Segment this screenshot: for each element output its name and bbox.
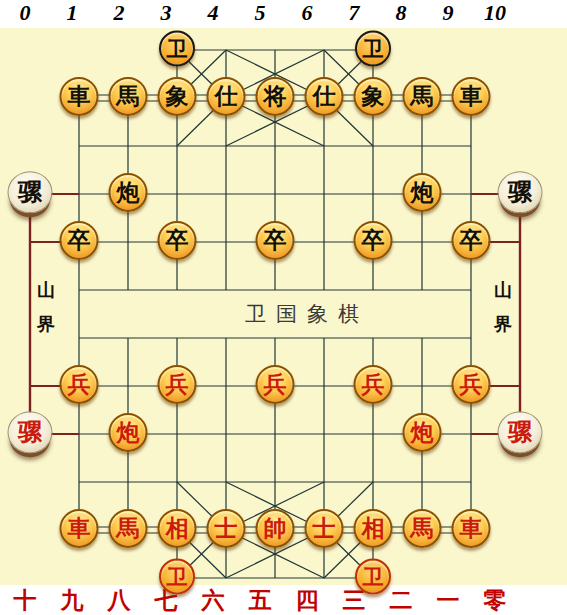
piece-zu-black[interactable]: 卒 <box>452 221 491 260</box>
file-label-top-2: 2 <box>114 0 125 26</box>
file-label-bottom-六: 六 <box>202 587 225 614</box>
mountain-boundary-label-right: 山 界 <box>494 273 512 341</box>
piece-bing-red[interactable]: 兵 <box>60 365 99 404</box>
file-label-top-10: 10 <box>484 0 506 26</box>
file-label-bottom-十: 十 <box>14 587 37 614</box>
piece-ma-red[interactable]: 馬 <box>403 509 442 548</box>
file-label-top-5: 5 <box>255 0 266 26</box>
file-label-top-7: 7 <box>349 0 360 26</box>
piece-ma-black[interactable]: 馬 <box>109 77 148 116</box>
piece-xiang-red[interactable]: 相 <box>158 509 197 548</box>
file-label-top-1: 1 <box>67 0 78 26</box>
piece-wei-red[interactable]: 卫 <box>159 559 195 595</box>
file-label-top-0: 0 <box>20 0 31 26</box>
piece-ma-black[interactable]: 馬 <box>403 77 442 116</box>
piece-shi-red[interactable]: 士 <box>305 509 344 548</box>
mountain-boundary-label-left: 山 界 <box>37 273 55 341</box>
piece-shi-red[interactable]: 士 <box>207 509 246 548</box>
river-title: 卫国象棋 <box>235 300 369 328</box>
file-label-top-9: 9 <box>443 0 454 26</box>
piece-ma-red[interactable]: 馬 <box>109 509 148 548</box>
file-label-bottom-一: 一 <box>437 587 460 614</box>
file-label-top-3: 3 <box>161 0 172 26</box>
piece-luo-red[interactable]: 骡 <box>498 411 543 453</box>
piece-ju-red[interactable]: 車 <box>60 509 99 548</box>
piece-pao-red[interactable]: 炮 <box>109 413 148 452</box>
piece-wei-black[interactable]: 卫 <box>355 31 391 67</box>
file-label-top-4: 4 <box>208 0 219 26</box>
piece-luo-black[interactable]: 骡 <box>498 171 543 213</box>
file-label-bottom-八: 八 <box>108 587 131 614</box>
piece-xiang-black[interactable]: 象 <box>354 77 393 116</box>
piece-xiang-black[interactable]: 象 <box>158 77 197 116</box>
file-label-bottom-二: 二 <box>390 587 413 614</box>
piece-ju-red[interactable]: 車 <box>452 509 491 548</box>
file-label-bottom-九: 九 <box>61 587 84 614</box>
piece-wei-red[interactable]: 卫 <box>355 559 391 595</box>
piece-shi-black[interactable]: 仕 <box>207 77 246 116</box>
file-label-bottom-四: 四 <box>296 587 319 614</box>
piece-bing-red[interactable]: 兵 <box>452 365 491 404</box>
piece-xiang-red[interactable]: 相 <box>354 509 393 548</box>
piece-zu-black[interactable]: 卒 <box>158 221 197 260</box>
piece-zu-black[interactable]: 卒 <box>354 221 393 260</box>
piece-bing-red[interactable]: 兵 <box>256 365 295 404</box>
piece-shi-black[interactable]: 仕 <box>305 77 344 116</box>
piece-ju-black[interactable]: 車 <box>60 77 99 116</box>
piece-zu-black[interactable]: 卒 <box>60 221 99 260</box>
piece-pao-black[interactable]: 炮 <box>109 173 148 212</box>
piece-shuai-red[interactable]: 帥 <box>256 509 295 548</box>
piece-pao-black[interactable]: 炮 <box>403 173 442 212</box>
file-label-bottom-零: 零 <box>484 587 507 614</box>
piece-bing-red[interactable]: 兵 <box>354 365 393 404</box>
piece-zu-black[interactable]: 卒 <box>256 221 295 260</box>
piece-bing-red[interactable]: 兵 <box>158 365 197 404</box>
file-label-top-6: 6 <box>302 0 313 26</box>
piece-jiang-black[interactable]: 将 <box>256 77 295 116</box>
piece-pao-red[interactable]: 炮 <box>403 413 442 452</box>
piece-wei-black[interactable]: 卫 <box>159 31 195 67</box>
piece-ju-black[interactable]: 車 <box>452 77 491 116</box>
piece-luo-black[interactable]: 骡 <box>8 171 53 213</box>
file-label-top-8: 8 <box>396 0 407 26</box>
file-label-bottom-五: 五 <box>249 587 272 614</box>
weiguo-xiangqi-board: 012345678910 十九八七六五四三二一零 卫国象棋 山 界 山 界 卫卫… <box>0 0 567 615</box>
piece-luo-red[interactable]: 骡 <box>8 411 53 453</box>
